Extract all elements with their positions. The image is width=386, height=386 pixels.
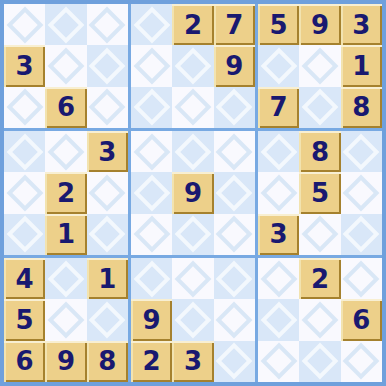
diamond-pattern-icon xyxy=(133,216,170,253)
diamond-pattern-icon xyxy=(260,343,297,380)
cell-r8c6[interactable] xyxy=(214,299,255,340)
cell-r4c5[interactable] xyxy=(172,131,213,172)
diamond-pattern-icon xyxy=(343,216,380,253)
given-digit: 8 xyxy=(98,348,116,374)
cell-r2c4[interactable] xyxy=(131,45,172,86)
diamond-pattern-icon xyxy=(260,260,297,297)
cell-r4c7[interactable] xyxy=(258,131,299,172)
cell-r8c4: 9 xyxy=(131,299,172,340)
given-digit: 6 xyxy=(352,307,370,333)
cell-r1c1[interactable] xyxy=(4,4,45,45)
cell-r4c1[interactable] xyxy=(4,131,45,172)
cell-r6c6[interactable] xyxy=(214,214,255,255)
given-digit: 1 xyxy=(98,266,116,292)
cell-r6c3[interactable] xyxy=(87,214,128,255)
diamond-pattern-icon xyxy=(133,48,170,85)
cell-r6c7: 3 xyxy=(258,214,299,255)
cell-r7c4[interactable] xyxy=(131,258,172,299)
cell-r5c5: 9 xyxy=(172,172,213,213)
cell-r4c8: 8 xyxy=(299,131,340,172)
cell-r2c2[interactable] xyxy=(45,45,86,86)
diamond-pattern-icon xyxy=(343,175,380,212)
diamond-pattern-icon xyxy=(175,302,212,339)
box-r3c2: 923 xyxy=(131,258,255,382)
box-r1c3: 593178 xyxy=(258,4,382,128)
cell-r5c9[interactable] xyxy=(341,172,382,213)
diamond-pattern-icon xyxy=(260,175,297,212)
diamond-pattern-icon xyxy=(133,6,170,43)
given-digit: 1 xyxy=(352,53,370,79)
diamond-pattern-icon xyxy=(89,48,126,85)
diamond-pattern-icon xyxy=(216,302,253,339)
cell-r7c8: 2 xyxy=(299,258,340,299)
cell-r7c7[interactable] xyxy=(258,258,299,299)
cell-r1c7: 5 xyxy=(258,4,299,45)
cell-r5c3[interactable] xyxy=(87,172,128,213)
cell-r2c9: 1 xyxy=(341,45,382,86)
box-r3c3: 26 xyxy=(258,258,382,382)
diamond-pattern-icon xyxy=(6,6,43,43)
cell-r3c2: 6 xyxy=(45,87,86,128)
diamond-pattern-icon xyxy=(175,89,212,126)
diamond-pattern-icon xyxy=(302,302,339,339)
given-digit: 9 xyxy=(57,348,75,374)
cell-r2c6: 9 xyxy=(214,45,255,86)
diamond-pattern-icon xyxy=(216,89,253,126)
diamond-pattern-icon xyxy=(133,133,170,170)
given-digit: 2 xyxy=(184,12,202,38)
cell-r7c9[interactable] xyxy=(341,258,382,299)
given-digit: 2 xyxy=(143,348,161,374)
cell-r9c9[interactable] xyxy=(341,341,382,382)
given-digit: 1 xyxy=(57,221,75,247)
cell-r3c7: 7 xyxy=(258,87,299,128)
box-r3c1: 415698 xyxy=(4,258,128,382)
diamond-pattern-icon xyxy=(48,302,85,339)
cell-r7c2[interactable] xyxy=(45,258,86,299)
diamond-pattern-icon xyxy=(216,133,253,170)
given-digit: 8 xyxy=(311,139,329,165)
diamond-pattern-icon xyxy=(89,302,126,339)
cell-r8c8[interactable] xyxy=(299,299,340,340)
given-digit: 9 xyxy=(184,180,202,206)
box-r1c2: 279 xyxy=(131,4,255,128)
diamond-pattern-icon xyxy=(302,48,339,85)
cell-r3c6[interactable] xyxy=(214,87,255,128)
cell-r9c7[interactable] xyxy=(258,341,299,382)
given-digit: 2 xyxy=(311,266,329,292)
cell-r2c7[interactable] xyxy=(258,45,299,86)
cell-r8c3[interactable] xyxy=(87,299,128,340)
cell-r2c8[interactable] xyxy=(299,45,340,86)
given-digit: 8 xyxy=(352,94,370,120)
cell-r9c2: 9 xyxy=(45,341,86,382)
diamond-pattern-icon xyxy=(343,260,380,297)
cell-r5c1[interactable] xyxy=(4,172,45,213)
cell-r6c2: 1 xyxy=(45,214,86,255)
diamond-pattern-icon xyxy=(175,260,212,297)
cell-r4c6[interactable] xyxy=(214,131,255,172)
cell-r6c1[interactable] xyxy=(4,214,45,255)
cell-r7c5[interactable] xyxy=(172,258,213,299)
cell-r1c2[interactable] xyxy=(45,4,86,45)
cell-r3c3[interactable] xyxy=(87,87,128,128)
cell-r5c7[interactable] xyxy=(258,172,299,213)
cell-r3c5[interactable] xyxy=(172,87,213,128)
given-digit: 5 xyxy=(16,307,34,333)
diamond-pattern-icon xyxy=(343,343,380,380)
cell-r8c7[interactable] xyxy=(258,299,299,340)
cell-r6c5[interactable] xyxy=(172,214,213,255)
cell-r9c3: 8 xyxy=(87,341,128,382)
diamond-pattern-icon xyxy=(133,89,170,126)
given-digit: 3 xyxy=(98,139,116,165)
diamond-pattern-icon xyxy=(6,216,43,253)
cell-r4c3: 3 xyxy=(87,131,128,172)
diamond-pattern-icon xyxy=(302,89,339,126)
cell-r8c5[interactable] xyxy=(172,299,213,340)
given-digit: 9 xyxy=(225,53,243,79)
cell-r3c4[interactable] xyxy=(131,87,172,128)
cell-r5c6[interactable] xyxy=(214,172,255,213)
cell-r3c8[interactable] xyxy=(299,87,340,128)
cell-r6c4[interactable] xyxy=(131,214,172,255)
diamond-pattern-icon xyxy=(6,133,43,170)
diamond-pattern-icon xyxy=(302,343,339,380)
cell-r8c9: 6 xyxy=(341,299,382,340)
cell-r5c4[interactable] xyxy=(131,172,172,213)
diamond-pattern-icon xyxy=(6,89,43,126)
cell-r9c6[interactable] xyxy=(214,341,255,382)
cell-r6c8[interactable] xyxy=(299,214,340,255)
diamond-pattern-icon xyxy=(48,260,85,297)
given-digit: 6 xyxy=(57,94,75,120)
diamond-pattern-icon xyxy=(216,343,253,380)
diamond-pattern-icon xyxy=(89,216,126,253)
given-digit: 2 xyxy=(57,180,75,206)
given-digit: 6 xyxy=(16,348,34,374)
given-digit: 3 xyxy=(270,221,288,247)
cell-r8c2[interactable] xyxy=(45,299,86,340)
cell-r4c2[interactable] xyxy=(45,131,86,172)
cell-r2c3[interactable] xyxy=(87,45,128,86)
cell-r7c1: 4 xyxy=(4,258,45,299)
diamond-pattern-icon xyxy=(216,260,253,297)
cell-r2c5[interactable] xyxy=(172,45,213,86)
diamond-pattern-icon xyxy=(89,89,126,126)
cell-r1c8: 9 xyxy=(299,4,340,45)
diamond-pattern-icon xyxy=(260,48,297,85)
cell-r1c5: 2 xyxy=(172,4,213,45)
cell-r1c9: 3 xyxy=(341,4,382,45)
diamond-pattern-icon xyxy=(175,133,212,170)
given-digit: 3 xyxy=(16,53,34,79)
diamond-pattern-icon xyxy=(302,216,339,253)
diamond-pattern-icon xyxy=(175,48,212,85)
diamond-pattern-icon xyxy=(48,133,85,170)
cell-r9c5: 3 xyxy=(172,341,213,382)
given-digit: 5 xyxy=(270,12,288,38)
box-r1c1: 36 xyxy=(4,4,128,128)
diamond-pattern-icon xyxy=(133,175,170,212)
box-r2c2: 9 xyxy=(131,131,255,255)
diamond-pattern-icon xyxy=(89,175,126,212)
given-digit: 7 xyxy=(270,94,288,120)
diamond-pattern-icon xyxy=(48,48,85,85)
given-digit: 7 xyxy=(225,12,243,38)
box-r2c1: 321 xyxy=(4,131,128,255)
diamond-pattern-icon xyxy=(48,6,85,43)
cell-r1c3[interactable] xyxy=(87,4,128,45)
cell-r5c8: 5 xyxy=(299,172,340,213)
diamond-pattern-icon xyxy=(175,216,212,253)
cell-r9c8[interactable] xyxy=(299,341,340,382)
cell-r4c9[interactable] xyxy=(341,131,382,172)
cell-r9c1: 6 xyxy=(4,341,45,382)
cell-r5c2: 2 xyxy=(45,172,86,213)
sudoku-grid: 36279593178321985341569892326 xyxy=(4,4,382,382)
given-digit: 9 xyxy=(143,307,161,333)
given-digit: 9 xyxy=(311,12,329,38)
diamond-pattern-icon xyxy=(89,6,126,43)
diamond-pattern-icon xyxy=(133,260,170,297)
cell-r7c3: 1 xyxy=(87,258,128,299)
given-digit: 3 xyxy=(352,12,370,38)
sudoku-board: 36279593178321985341569892326 xyxy=(0,0,386,386)
cell-r3c9: 8 xyxy=(341,87,382,128)
cell-r4c4[interactable] xyxy=(131,131,172,172)
diamond-pattern-icon xyxy=(216,216,253,253)
diamond-pattern-icon xyxy=(6,175,43,212)
box-r2c3: 853 xyxy=(258,131,382,255)
given-digit: 4 xyxy=(16,266,34,292)
cell-r1c6: 7 xyxy=(214,4,255,45)
diamond-pattern-icon xyxy=(216,175,253,212)
cell-r8c1: 5 xyxy=(4,299,45,340)
cell-r1c4[interactable] xyxy=(131,4,172,45)
given-digit: 5 xyxy=(311,180,329,206)
cell-r9c4: 2 xyxy=(131,341,172,382)
given-digit: 3 xyxy=(184,348,202,374)
diamond-pattern-icon xyxy=(260,133,297,170)
diamond-pattern-icon xyxy=(260,302,297,339)
diamond-pattern-icon xyxy=(343,133,380,170)
cell-r7c6[interactable] xyxy=(214,258,255,299)
cell-r6c9[interactable] xyxy=(341,214,382,255)
cell-r2c1: 3 xyxy=(4,45,45,86)
cell-r3c1[interactable] xyxy=(4,87,45,128)
